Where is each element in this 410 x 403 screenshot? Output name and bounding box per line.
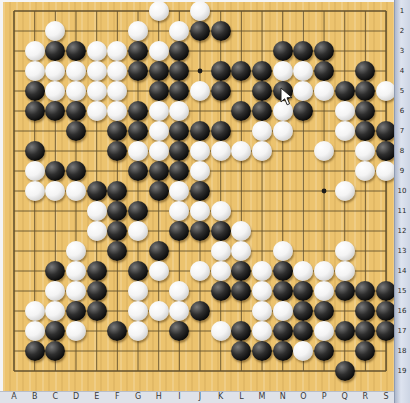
black-stone-E15[interactable] — [87, 281, 107, 301]
white-stone-Q14[interactable] — [335, 261, 355, 281]
black-stone-D3[interactable] — [66, 41, 86, 61]
black-stone-K15[interactable] — [211, 281, 231, 301]
column-label-B: B — [32, 392, 38, 402]
black-stone-H9[interactable] — [149, 161, 169, 181]
black-stone-H13[interactable] — [149, 241, 169, 261]
go-board[interactable] — [3, 2, 394, 391]
column-label-P: P — [322, 392, 327, 402]
white-stone-N13[interactable] — [273, 241, 293, 261]
white-stone-P15[interactable] — [314, 281, 334, 301]
column-label-I: I — [178, 392, 180, 402]
white-stone-P5[interactable] — [314, 81, 334, 101]
hoshi-point — [198, 69, 203, 74]
row-label-18: 18 — [398, 347, 407, 355]
black-stone-Q5[interactable] — [335, 81, 355, 101]
black-stone-P3[interactable] — [314, 41, 334, 61]
column-label-G: G — [135, 392, 141, 402]
black-stone-K4[interactable] — [211, 61, 231, 81]
black-stone-D9[interactable] — [66, 161, 86, 181]
black-stone-Q17[interactable] — [335, 321, 355, 341]
white-stone-K8[interactable] — [211, 141, 231, 161]
row-label-19: 19 — [398, 367, 407, 375]
black-stone-K12[interactable] — [211, 221, 231, 241]
white-stone-M7[interactable] — [252, 121, 272, 141]
white-stone-D13[interactable] — [66, 241, 86, 261]
column-label-M: M — [259, 392, 266, 402]
column-label-S: S — [384, 392, 389, 402]
column-label-Q: Q — [342, 392, 348, 402]
black-stone-N14[interactable] — [273, 261, 293, 281]
white-stone-B9[interactable] — [25, 161, 45, 181]
black-stone-G3[interactable] — [128, 41, 148, 61]
black-stone-Q15[interactable] — [335, 281, 355, 301]
white-stone-B16[interactable] — [25, 301, 45, 321]
white-stone-E12[interactable] — [87, 221, 107, 241]
column-label-O: O — [300, 392, 306, 402]
white-stone-H8[interactable] — [149, 141, 169, 161]
white-stone-K11[interactable] — [211, 201, 231, 221]
row-label-2: 2 — [400, 27, 404, 35]
black-stone-G9[interactable] — [128, 161, 148, 181]
white-stone-M8[interactable] — [252, 141, 272, 161]
white-stone-Q13[interactable] — [335, 241, 355, 261]
column-label-C: C — [53, 392, 59, 402]
white-stone-N7[interactable] — [273, 121, 293, 141]
black-stone-N15[interactable] — [273, 281, 293, 301]
row-label-16: 16 — [398, 307, 407, 315]
black-stone-N3[interactable] — [273, 41, 293, 61]
row-label-14: 14 — [398, 267, 407, 275]
white-stone-G8[interactable] — [128, 141, 148, 161]
white-stone-N4[interactable] — [273, 61, 293, 81]
black-stone-K2[interactable] — [211, 21, 231, 41]
white-stone-B10[interactable] — [25, 181, 45, 201]
white-stone-H7[interactable] — [149, 121, 169, 141]
hoshi-point — [322, 189, 327, 194]
white-stone-E5[interactable] — [87, 81, 107, 101]
black-stone-E16[interactable] — [87, 301, 107, 321]
white-stone-J14[interactable] — [190, 261, 210, 281]
black-stone-G14[interactable] — [128, 261, 148, 281]
row-label-4: 4 — [400, 67, 404, 75]
black-stone-G4[interactable] — [128, 61, 148, 81]
white-stone-D17[interactable] — [66, 321, 86, 341]
column-labels-strip — [0, 391, 394, 403]
white-stone-M16[interactable] — [252, 301, 272, 321]
white-stone-Q6[interactable] — [335, 101, 355, 121]
white-stone-H14[interactable] — [149, 261, 169, 281]
black-stone-Q19[interactable] — [335, 361, 355, 381]
black-stone-B6[interactable] — [25, 101, 45, 121]
white-stone-K17[interactable] — [211, 321, 231, 341]
white-stone-Q10[interactable] — [335, 181, 355, 201]
white-stone-D10[interactable] — [66, 181, 86, 201]
go-app-window: ABCDEFGHIJKLMNOPQRS123456789101112131415… — [0, 0, 410, 403]
white-stone-M15[interactable] — [252, 281, 272, 301]
black-stone-D7[interactable] — [66, 121, 86, 141]
white-stone-H6[interactable] — [149, 101, 169, 121]
black-stone-J10[interactable] — [190, 181, 210, 201]
column-label-H: H — [156, 392, 162, 402]
white-stone-E3[interactable] — [87, 41, 107, 61]
black-stone-G7[interactable] — [128, 121, 148, 141]
row-label-5: 5 — [400, 87, 404, 95]
white-stone-J11[interactable] — [190, 201, 210, 221]
white-stone-G12[interactable] — [128, 221, 148, 241]
black-stone-D16[interactable] — [66, 301, 86, 321]
black-stone-P4[interactable] — [314, 61, 334, 81]
black-stone-B5[interactable] — [25, 81, 45, 101]
row-label-1: 1 — [400, 7, 404, 15]
white-stone-D4[interactable] — [66, 61, 86, 81]
column-label-A: A — [11, 392, 16, 402]
white-stone-P8[interactable] — [314, 141, 334, 161]
white-stone-H3[interactable] — [149, 41, 169, 61]
white-stone-G2[interactable] — [128, 21, 148, 41]
black-stone-H4[interactable] — [149, 61, 169, 81]
column-label-L: L — [239, 392, 243, 402]
black-stone-M4[interactable] — [252, 61, 272, 81]
mouse-cursor-icon — [280, 87, 294, 107]
white-stone-H16[interactable] — [149, 301, 169, 321]
white-stone-P14[interactable] — [314, 261, 334, 281]
row-labels-strip — [394, 0, 410, 403]
white-stone-N16[interactable] — [273, 301, 293, 321]
black-stone-J12[interactable] — [190, 221, 210, 241]
row-label-8: 8 — [400, 147, 404, 155]
column-label-F: F — [115, 392, 120, 402]
row-label-17: 17 — [398, 327, 407, 335]
row-label-10: 10 — [398, 187, 407, 195]
black-stone-P18[interactable] — [314, 341, 334, 361]
black-stone-E10[interactable] — [87, 181, 107, 201]
black-stone-N18[interactable] — [273, 341, 293, 361]
black-stone-E14[interactable] — [87, 261, 107, 281]
white-stone-E11[interactable] — [87, 201, 107, 221]
white-stone-K13[interactable] — [211, 241, 231, 261]
black-stone-J16[interactable] — [190, 301, 210, 321]
white-stone-G16[interactable] — [128, 301, 148, 321]
black-stone-M18[interactable] — [252, 341, 272, 361]
white-stone-M17[interactable] — [252, 321, 272, 341]
white-stone-B3[interactable] — [25, 41, 45, 61]
white-stone-H1[interactable] — [149, 1, 169, 21]
column-label-R: R — [363, 392, 369, 402]
black-stone-B8[interactable] — [25, 141, 45, 161]
white-stone-P17[interactable] — [314, 321, 334, 341]
white-stone-G15[interactable] — [128, 281, 148, 301]
black-stone-G11[interactable] — [128, 201, 148, 221]
row-label-6: 6 — [400, 107, 404, 115]
black-stone-J2[interactable] — [190, 21, 210, 41]
row-label-3: 3 — [400, 47, 404, 55]
row-label-15: 15 — [398, 287, 407, 295]
row-label-9: 9 — [400, 167, 404, 175]
black-stone-K7[interactable] — [211, 121, 231, 141]
column-label-E: E — [94, 392, 99, 402]
black-stone-B18[interactable] — [25, 341, 45, 361]
white-stone-E4[interactable] — [87, 61, 107, 81]
column-label-D: D — [73, 392, 79, 402]
row-label-7: 7 — [400, 127, 404, 135]
black-stone-J7[interactable] — [190, 121, 210, 141]
white-stone-K14[interactable] — [211, 261, 231, 281]
row-label-13: 13 — [398, 247, 407, 255]
white-stone-J8[interactable] — [190, 141, 210, 161]
black-stone-G6[interactable] — [128, 101, 148, 121]
black-stone-H5[interactable] — [149, 81, 169, 101]
white-stone-E6[interactable] — [87, 101, 107, 121]
column-label-N: N — [280, 392, 286, 402]
black-stone-M5[interactable] — [252, 81, 272, 101]
row-label-11: 11 — [398, 207, 407, 215]
white-stone-B17[interactable] — [25, 321, 45, 341]
black-stone-M6[interactable] — [252, 101, 272, 121]
white-stone-D15[interactable] — [66, 281, 86, 301]
white-stone-D14[interactable] — [66, 261, 86, 281]
white-stone-J9[interactable] — [190, 161, 210, 181]
white-stone-M14[interactable] — [252, 261, 272, 281]
white-stone-G17[interactable] — [128, 321, 148, 341]
black-stone-H10[interactable] — [149, 181, 169, 201]
white-stone-B4[interactable] — [25, 61, 45, 81]
column-label-J: J — [199, 392, 201, 402]
white-stone-D5[interactable] — [66, 81, 86, 101]
column-label-K: K — [218, 392, 223, 402]
black-stone-N17[interactable] — [273, 321, 293, 341]
black-stone-K5[interactable] — [211, 81, 231, 101]
white-stone-J1[interactable] — [190, 1, 210, 21]
white-stone-Q7[interactable] — [335, 121, 355, 141]
black-stone-D6[interactable] — [66, 101, 86, 121]
black-stone-P16[interactable] — [314, 301, 334, 321]
row-label-12: 12 — [398, 227, 407, 235]
white-stone-J5[interactable] — [190, 81, 210, 101]
